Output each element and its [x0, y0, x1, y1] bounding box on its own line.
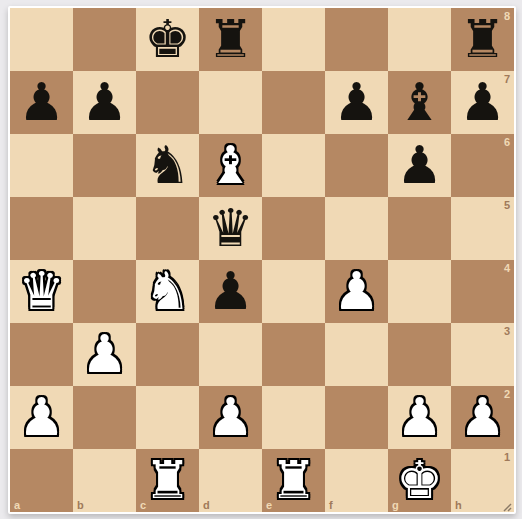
square-c4[interactable]: ♞	[136, 260, 199, 323]
square-h3[interactable]: 3	[451, 323, 514, 386]
square-f2[interactable]	[325, 386, 388, 449]
coordinate-rank-6: 6	[504, 136, 510, 148]
piece-black-pawn[interactable]: ♟	[333, 71, 380, 134]
piece-black-queen[interactable]: ♛	[207, 197, 254, 260]
square-h2[interactable]: ♟2	[451, 386, 514, 449]
square-h7[interactable]: ♟7	[451, 71, 514, 134]
chess-board-card: ♚♜♜8♟♟♟♝♟7♞♝♟6♛5♛♞♟♟4♟3♟♟♟♟2ab♜cd♜ef♚g1h	[8, 6, 516, 514]
square-c2[interactable]	[136, 386, 199, 449]
square-a2[interactable]: ♟	[10, 386, 73, 449]
square-f4[interactable]: ♟	[325, 260, 388, 323]
square-d5[interactable]: ♛	[199, 197, 262, 260]
square-h8[interactable]: ♜8	[451, 8, 514, 71]
coordinate-file-a: a	[14, 499, 20, 511]
square-e2[interactable]	[262, 386, 325, 449]
piece-white-rook[interactable]: ♜	[144, 449, 191, 512]
square-h6[interactable]: 6	[451, 134, 514, 197]
piece-black-king[interactable]: ♚	[144, 8, 191, 71]
square-a3[interactable]	[10, 323, 73, 386]
square-a6[interactable]	[10, 134, 73, 197]
coordinate-rank-8: 8	[504, 10, 510, 22]
piece-black-pawn[interactable]: ♟	[18, 71, 65, 134]
piece-white-pawn[interactable]: ♟	[333, 260, 380, 323]
chess-board: ♚♜♜8♟♟♟♝♟7♞♝♟6♛5♛♞♟♟4♟3♟♟♟♟2ab♜cd♜ef♚g1h	[10, 8, 514, 512]
square-c8[interactable]: ♚	[136, 8, 199, 71]
square-a8[interactable]	[10, 8, 73, 71]
square-b4[interactable]	[73, 260, 136, 323]
square-f8[interactable]	[325, 8, 388, 71]
square-h1[interactable]: 1h	[451, 449, 514, 512]
coordinate-rank-7: 7	[504, 73, 510, 85]
coordinate-rank-3: 3	[504, 325, 510, 337]
piece-white-queen[interactable]: ♛	[18, 260, 65, 323]
square-f1[interactable]: f	[325, 449, 388, 512]
piece-white-pawn[interactable]: ♟	[81, 323, 128, 386]
square-a4[interactable]: ♛	[10, 260, 73, 323]
coordinate-rank-1: 1	[504, 451, 510, 463]
piece-black-rook[interactable]: ♜	[459, 8, 506, 71]
square-e3[interactable]	[262, 323, 325, 386]
piece-white-king[interactable]: ♚	[396, 449, 443, 512]
coordinate-file-c: c	[140, 499, 146, 511]
piece-black-rook[interactable]: ♜	[207, 8, 254, 71]
piece-black-pawn[interactable]: ♟	[396, 134, 443, 197]
square-g2[interactable]: ♟	[388, 386, 451, 449]
square-e5[interactable]	[262, 197, 325, 260]
square-h5[interactable]: 5	[451, 197, 514, 260]
square-d1[interactable]: d	[199, 449, 262, 512]
square-c7[interactable]	[136, 71, 199, 134]
square-b8[interactable]	[73, 8, 136, 71]
coordinate-rank-2: 2	[504, 388, 510, 400]
piece-white-knight[interactable]: ♞	[144, 260, 191, 323]
piece-black-pawn[interactable]: ♟	[459, 71, 506, 134]
square-f7[interactable]: ♟	[325, 71, 388, 134]
square-g6[interactable]: ♟	[388, 134, 451, 197]
square-b1[interactable]: b	[73, 449, 136, 512]
square-c6[interactable]: ♞	[136, 134, 199, 197]
board-resize-handle-icon[interactable]	[500, 498, 512, 510]
square-d3[interactable]	[199, 323, 262, 386]
piece-white-rook[interactable]: ♜	[270, 449, 317, 512]
square-d4[interactable]: ♟	[199, 260, 262, 323]
coordinate-rank-4: 4	[504, 262, 510, 274]
coordinate-file-b: b	[77, 499, 84, 511]
piece-black-bishop[interactable]: ♝	[396, 71, 443, 134]
square-d2[interactable]: ♟	[199, 386, 262, 449]
square-f3[interactable]	[325, 323, 388, 386]
square-a1[interactable]: a	[10, 449, 73, 512]
piece-black-pawn[interactable]: ♟	[207, 260, 254, 323]
square-g8[interactable]	[388, 8, 451, 71]
coordinate-file-e: e	[266, 499, 272, 511]
square-d6[interactable]: ♝	[199, 134, 262, 197]
square-g4[interactable]	[388, 260, 451, 323]
piece-black-knight[interactable]: ♞	[144, 134, 191, 197]
square-c3[interactable]	[136, 323, 199, 386]
coordinate-file-d: d	[203, 499, 210, 511]
coordinate-rank-5: 5	[504, 199, 510, 211]
square-c5[interactable]	[136, 197, 199, 260]
square-b7[interactable]: ♟	[73, 71, 136, 134]
square-b2[interactable]	[73, 386, 136, 449]
square-b5[interactable]	[73, 197, 136, 260]
square-b3[interactable]: ♟	[73, 323, 136, 386]
square-e1[interactable]: ♜e	[262, 449, 325, 512]
square-d7[interactable]	[199, 71, 262, 134]
piece-white-bishop[interactable]: ♝	[207, 134, 254, 197]
square-h4[interactable]: 4	[451, 260, 514, 323]
square-c1[interactable]: ♜c	[136, 449, 199, 512]
square-d8[interactable]: ♜	[199, 8, 262, 71]
piece-black-pawn[interactable]: ♟	[81, 71, 128, 134]
piece-white-pawn[interactable]: ♟	[207, 386, 254, 449]
square-b6[interactable]	[73, 134, 136, 197]
square-g3[interactable]	[388, 323, 451, 386]
piece-white-pawn[interactable]: ♟	[18, 386, 65, 449]
square-a7[interactable]: ♟	[10, 71, 73, 134]
square-e6[interactable]	[262, 134, 325, 197]
square-e4[interactable]	[262, 260, 325, 323]
square-g5[interactable]	[388, 197, 451, 260]
square-e8[interactable]	[262, 8, 325, 71]
coordinate-file-h: h	[455, 499, 462, 511]
square-g1[interactable]: ♚g	[388, 449, 451, 512]
square-g7[interactable]: ♝	[388, 71, 451, 134]
square-a5[interactable]	[10, 197, 73, 260]
square-e7[interactable]	[262, 71, 325, 134]
coordinate-file-g: g	[392, 499, 399, 511]
piece-white-pawn[interactable]: ♟	[459, 386, 506, 449]
coordinate-file-f: f	[329, 499, 333, 511]
square-f5[interactable]	[325, 197, 388, 260]
square-f6[interactable]	[325, 134, 388, 197]
piece-white-pawn[interactable]: ♟	[396, 386, 443, 449]
